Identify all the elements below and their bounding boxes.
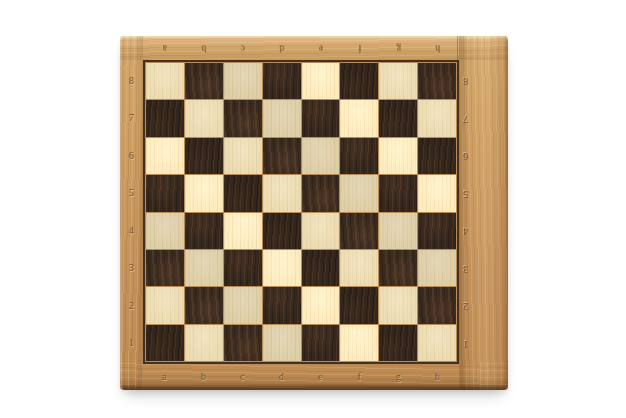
square-b2[interactable] [185, 287, 223, 323]
board-frame-right [459, 36, 508, 390]
square-h3[interactable] [418, 250, 456, 286]
file-labels-bottom: abcdefgh [145, 368, 457, 386]
file-top-label-a: a [145, 40, 184, 57]
square-g2[interactable] [379, 287, 417, 323]
square-d7[interactable] [263, 100, 301, 136]
square-a2[interactable] [146, 287, 184, 323]
rank-left-label-4: 4 [122, 212, 141, 250]
square-h8[interactable] [418, 63, 456, 99]
rank-labels-left: 87654321 [122, 62, 141, 362]
rank-labels-right: 87654321 [459, 62, 472, 362]
square-g1[interactable] [379, 325, 417, 361]
square-e3[interactable] [302, 250, 340, 286]
square-e7[interactable] [302, 100, 340, 136]
rank-right-label-3: 3 [459, 250, 472, 288]
square-c8[interactable] [224, 63, 262, 99]
rank-left-label-3: 3 [122, 250, 141, 288]
square-a7[interactable] [146, 100, 184, 136]
file-top-label-f: f [340, 40, 379, 57]
square-f1[interactable] [340, 325, 378, 361]
file-top-label-e: e [301, 40, 340, 57]
square-c2[interactable] [224, 287, 262, 323]
square-c1[interactable] [224, 325, 262, 361]
rank-right-label-4: 4 [459, 212, 472, 250]
square-h1[interactable] [418, 325, 456, 361]
square-f5[interactable] [340, 175, 378, 211]
square-d8[interactable] [263, 63, 301, 99]
square-h5[interactable] [418, 175, 456, 211]
square-e1[interactable] [302, 325, 340, 361]
file-bottom-label-d: d [262, 368, 301, 386]
square-f7[interactable] [340, 100, 378, 136]
square-b4[interactable] [185, 213, 223, 249]
rank-right-label-2: 2 [459, 287, 472, 325]
board-frame-left [120, 36, 143, 390]
file-bottom-label-c: c [223, 368, 262, 386]
file-bottom-label-g: g [379, 368, 418, 386]
board-bottom-edge-shadow [122, 384, 506, 390]
square-d2[interactable] [263, 287, 301, 323]
rank-left-label-2: 2 [122, 287, 141, 325]
board-frame-bottom [120, 363, 508, 390]
square-h6[interactable] [418, 138, 456, 174]
rank-right-label-7: 7 [459, 100, 472, 138]
square-g6[interactable] [379, 138, 417, 174]
square-c5[interactable] [224, 175, 262, 211]
rank-left-label-6: 6 [122, 137, 141, 175]
square-c7[interactable] [224, 100, 262, 136]
square-f2[interactable] [340, 287, 378, 323]
square-f3[interactable] [340, 250, 378, 286]
rank-right-label-8: 8 [459, 62, 472, 100]
square-b5[interactable] [185, 175, 223, 211]
file-bottom-label-h: h [418, 368, 457, 386]
square-e2[interactable] [302, 287, 340, 323]
square-a6[interactable] [146, 138, 184, 174]
square-e5[interactable] [302, 175, 340, 211]
file-bottom-label-a: a [145, 368, 184, 386]
square-d5[interactable] [263, 175, 301, 211]
square-h2[interactable] [418, 287, 456, 323]
file-top-label-b: b [184, 40, 223, 57]
square-h4[interactable] [418, 213, 456, 249]
playing-area [143, 60, 459, 364]
square-b6[interactable] [185, 138, 223, 174]
file-bottom-label-f: f [340, 368, 379, 386]
square-b1[interactable] [185, 325, 223, 361]
square-c6[interactable] [224, 138, 262, 174]
rank-right-label-6: 6 [459, 137, 472, 175]
square-b8[interactable] [185, 63, 223, 99]
file-top-label-g: g [379, 40, 418, 57]
rank-left-label-5: 5 [122, 175, 141, 213]
file-labels-top: abcdefgh [145, 40, 457, 57]
square-e4[interactable] [302, 213, 340, 249]
square-d3[interactable] [263, 250, 301, 286]
square-b3[interactable] [185, 250, 223, 286]
square-a1[interactable] [146, 325, 184, 361]
square-e8[interactable] [302, 63, 340, 99]
square-a4[interactable] [146, 213, 184, 249]
square-d1[interactable] [263, 325, 301, 361]
rank-left-label-7: 7 [122, 100, 141, 138]
photo-background: abcdefgh abcdefgh 87654321 87654321 [0, 0, 626, 418]
square-f4[interactable] [340, 213, 378, 249]
rank-left-label-1: 1 [122, 325, 141, 363]
file-top-label-c: c [223, 40, 262, 57]
square-b7[interactable] [185, 100, 223, 136]
file-top-label-d: d [262, 40, 301, 57]
square-a8[interactable] [146, 63, 184, 99]
file-bottom-label-b: b [184, 368, 223, 386]
square-a3[interactable] [146, 250, 184, 286]
square-g7[interactable] [379, 100, 417, 136]
square-f8[interactable] [340, 63, 378, 99]
square-d6[interactable] [263, 138, 301, 174]
square-c4[interactable] [224, 213, 262, 249]
square-g8[interactable] [379, 63, 417, 99]
file-top-label-h: h [418, 40, 457, 57]
square-e6[interactable] [302, 138, 340, 174]
square-g3[interactable] [379, 250, 417, 286]
board-frame-top [120, 36, 508, 60]
rank-right-label-5: 5 [459, 175, 472, 213]
square-g4[interactable] [379, 213, 417, 249]
frame-joint-seam [457, 36, 458, 60]
square-g5[interactable] [379, 175, 417, 211]
rank-left-label-8: 8 [122, 62, 141, 100]
chessboard: abcdefgh abcdefgh 87654321 87654321 [120, 36, 508, 390]
square-h7[interactable] [418, 100, 456, 136]
square-d4[interactable] [263, 213, 301, 249]
square-c3[interactable] [224, 250, 262, 286]
square-a5[interactable] [146, 175, 184, 211]
rank-right-label-1: 1 [459, 325, 472, 363]
square-f6[interactable] [340, 138, 378, 174]
file-bottom-label-e: e [301, 368, 340, 386]
